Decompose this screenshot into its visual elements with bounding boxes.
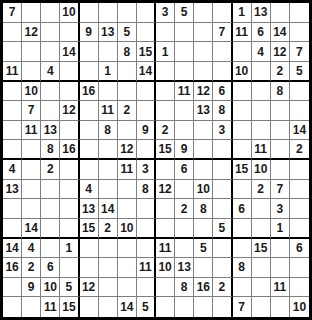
cell-r6c8[interactable] — [137, 101, 156, 121]
cell-r10c13[interactable] — [233, 180, 252, 200]
cell-r6c6[interactable]: 11 — [99, 101, 118, 121]
cell-r4c11[interactable] — [194, 62, 213, 82]
cell-r5c3[interactable] — [41, 82, 60, 102]
cell-r9c1[interactable]: 4 — [3, 160, 22, 180]
cell-r14c13[interactable]: 8 — [233, 258, 252, 278]
cell-r15c9[interactable] — [156, 278, 175, 298]
cell-r9c16[interactable] — [290, 160, 309, 180]
cell-r10c11[interactable]: 10 — [194, 180, 213, 200]
cell-r6c11[interactable]: 13 — [194, 101, 213, 121]
cell-r5c6[interactable] — [99, 82, 118, 102]
cell-r12c5[interactable]: 15 — [80, 219, 99, 239]
cell-r5c5[interactable]: 16 — [80, 82, 99, 102]
cell-r3c5[interactable] — [80, 42, 99, 62]
cell-r1c2[interactable] — [22, 3, 41, 23]
cell-r12c12[interactable]: 5 — [213, 219, 232, 239]
cell-r16c1[interactable] — [3, 297, 22, 317]
cell-r9c8[interactable]: 3 — [137, 160, 156, 180]
cell-r8c14[interactable]: 11 — [252, 140, 271, 160]
cell-r15c14[interactable] — [252, 278, 271, 298]
cell-r2c11[interactable] — [194, 23, 213, 43]
cell-r11c5[interactable]: 13 — [80, 199, 99, 219]
cell-r2c16[interactable] — [290, 23, 309, 43]
cell-r9c11[interactable] — [194, 160, 213, 180]
cell-r8c10[interactable]: 9 — [175, 140, 194, 160]
cell-r8c8[interactable] — [137, 140, 156, 160]
cell-r9c13[interactable]: 15 — [233, 160, 252, 180]
cell-r5c11[interactable]: 12 — [194, 82, 213, 102]
cell-r15c13[interactable] — [233, 278, 252, 298]
cell-r8c16[interactable]: 2 — [290, 140, 309, 160]
cell-r15c4[interactable]: 5 — [60, 278, 79, 298]
cell-r16c10[interactable] — [175, 297, 194, 317]
cell-r9c6[interactable] — [99, 160, 118, 180]
cell-r1c5[interactable] — [80, 3, 99, 23]
cell-r4c1[interactable]: 11 — [3, 62, 22, 82]
sudoku-board: 7103511312913571161414815141271141141025… — [0, 0, 312, 320]
cell-r13c14[interactable]: 15 — [252, 239, 271, 259]
cell-r1c15[interactable] — [271, 3, 290, 23]
cell-r10c4[interactable] — [60, 180, 79, 200]
cell-r5c9[interactable] — [156, 82, 175, 102]
cell-r12c7[interactable]: 10 — [118, 219, 137, 239]
cell-r9c14[interactable]: 10 — [252, 160, 271, 180]
cell-r12c2[interactable]: 14 — [22, 219, 41, 239]
cell-r15c3[interactable]: 10 — [41, 278, 60, 298]
cell-r14c3[interactable]: 6 — [41, 258, 60, 278]
cell-r8c13[interactable] — [233, 140, 252, 160]
cell-r2c4[interactable] — [60, 23, 79, 43]
cell-r7c3[interactable]: 13 — [41, 121, 60, 141]
cell-r7c14[interactable] — [252, 121, 271, 141]
cell-r14c7[interactable] — [118, 258, 137, 278]
cell-r16c9[interactable] — [156, 297, 175, 317]
cell-r12c1[interactable] — [3, 219, 22, 239]
cell-r8c3[interactable]: 8 — [41, 140, 60, 160]
cell-r11c11[interactable]: 8 — [194, 199, 213, 219]
cell-r3c3[interactable] — [41, 42, 60, 62]
cell-r11c4[interactable] — [60, 199, 79, 219]
cell-r12c6[interactable]: 2 — [99, 219, 118, 239]
cell-r10c14[interactable]: 2 — [252, 180, 271, 200]
cell-r13c13[interactable] — [233, 239, 252, 259]
cell-r5c2[interactable]: 10 — [22, 82, 41, 102]
cell-r2c6[interactable]: 13 — [99, 23, 118, 43]
cell-r7c5[interactable] — [80, 121, 99, 141]
cell-r3c6[interactable] — [99, 42, 118, 62]
cell-r12c3[interactable] — [41, 219, 60, 239]
cell-r11c1[interactable] — [3, 199, 22, 219]
cell-r13c3[interactable] — [41, 239, 60, 259]
cell-r7c13[interactable] — [233, 121, 252, 141]
cell-r13c6[interactable] — [99, 239, 118, 259]
cell-r8c11[interactable] — [194, 140, 213, 160]
cell-r8c9[interactable]: 15 — [156, 140, 175, 160]
cell-r14c6[interactable] — [99, 258, 118, 278]
cell-r9c12[interactable] — [213, 160, 232, 180]
cell-r11c13[interactable]: 6 — [233, 199, 252, 219]
cell-r3c8[interactable]: 15 — [137, 42, 156, 62]
cell-r16c7[interactable]: 14 — [118, 297, 137, 317]
cell-r14c8[interactable]: 11 — [137, 258, 156, 278]
cell-r5c1[interactable] — [3, 82, 22, 102]
cell-r13c16[interactable]: 6 — [290, 239, 309, 259]
cell-r6c9[interactable] — [156, 101, 175, 121]
cell-r1c12[interactable] — [213, 3, 232, 23]
cell-r6c5[interactable] — [80, 101, 99, 121]
cell-r16c2[interactable] — [22, 297, 41, 317]
cell-r3c7[interactable]: 8 — [118, 42, 137, 62]
cell-r9c3[interactable]: 2 — [41, 160, 60, 180]
cell-r15c11[interactable]: 16 — [194, 278, 213, 298]
cell-r15c8[interactable] — [137, 278, 156, 298]
cell-r6c15[interactable] — [271, 101, 290, 121]
cell-r15c7[interactable] — [118, 278, 137, 298]
cell-r6c2[interactable]: 7 — [22, 101, 41, 121]
cell-r3c10[interactable] — [175, 42, 194, 62]
cell-r5c13[interactable] — [233, 82, 252, 102]
cell-r2c7[interactable]: 5 — [118, 23, 137, 43]
cell-r10c1[interactable]: 13 — [3, 180, 22, 200]
cell-r14c9[interactable]: 10 — [156, 258, 175, 278]
cell-r11c7[interactable] — [118, 199, 137, 219]
cell-r16c14[interactable] — [252, 297, 271, 317]
cell-r4c14[interactable] — [252, 62, 271, 82]
cell-r5c4[interactable] — [60, 82, 79, 102]
cell-r7c10[interactable] — [175, 121, 194, 141]
cell-r15c2[interactable]: 9 — [22, 278, 41, 298]
cell-r2c10[interactable] — [175, 23, 194, 43]
cell-r1c3[interactable] — [41, 3, 60, 23]
cell-r11c15[interactable]: 3 — [271, 199, 290, 219]
cell-r16c11[interactable] — [194, 297, 213, 317]
cell-r12c16[interactable] — [290, 219, 309, 239]
cell-r4c15[interactable]: 2 — [271, 62, 290, 82]
cell-r3c4[interactable]: 14 — [60, 42, 79, 62]
cell-r16c12[interactable] — [213, 297, 232, 317]
cell-r1c7[interactable] — [118, 3, 137, 23]
cell-r5c15[interactable]: 8 — [271, 82, 290, 102]
cell-r14c12[interactable] — [213, 258, 232, 278]
cell-r8c12[interactable] — [213, 140, 232, 160]
cell-r13c2[interactable]: 4 — [22, 239, 41, 259]
cell-r12c15[interactable]: 1 — [271, 219, 290, 239]
cell-r14c11[interactable] — [194, 258, 213, 278]
cell-r7c2[interactable]: 11 — [22, 121, 41, 141]
cell-r1c10[interactable]: 5 — [175, 3, 194, 23]
cell-r4c2[interactable] — [22, 62, 41, 82]
cell-r7c4[interactable] — [60, 121, 79, 141]
cell-r14c1[interactable]: 16 — [3, 258, 22, 278]
cell-r3c9[interactable]: 1 — [156, 42, 175, 62]
cell-r7c16[interactable]: 14 — [290, 121, 309, 141]
cell-r4c4[interactable] — [60, 62, 79, 82]
cell-r2c13[interactable]: 11 — [233, 23, 252, 43]
cell-r10c10[interactable] — [175, 180, 194, 200]
cell-r7c7[interactable] — [118, 121, 137, 141]
cell-r3c11[interactable] — [194, 42, 213, 62]
cell-r16c5[interactable] — [80, 297, 99, 317]
cell-r16c16[interactable]: 10 — [290, 297, 309, 317]
cell-r14c15[interactable] — [271, 258, 290, 278]
cell-r5c12[interactable]: 6 — [213, 82, 232, 102]
cell-r5c8[interactable] — [137, 82, 156, 102]
cell-r4c13[interactable]: 10 — [233, 62, 252, 82]
cell-r10c9[interactable]: 12 — [156, 180, 175, 200]
cell-r1c13[interactable]: 1 — [233, 3, 252, 23]
cell-r9c2[interactable] — [22, 160, 41, 180]
cell-r5c7[interactable] — [118, 82, 137, 102]
cell-r15c15[interactable]: 11 — [271, 278, 290, 298]
cell-r12c11[interactable] — [194, 219, 213, 239]
cell-r5c16[interactable] — [290, 82, 309, 102]
cell-r14c14[interactable] — [252, 258, 271, 278]
cell-r3c1[interactable] — [3, 42, 22, 62]
cell-r10c3[interactable] — [41, 180, 60, 200]
cell-r10c5[interactable]: 4 — [80, 180, 99, 200]
cell-r4c6[interactable]: 1 — [99, 62, 118, 82]
cell-r15c10[interactable]: 8 — [175, 278, 194, 298]
cell-r15c6[interactable] — [99, 278, 118, 298]
cell-r8c4[interactable]: 16 — [60, 140, 79, 160]
cell-r2c15[interactable]: 14 — [271, 23, 290, 43]
cell-r4c7[interactable] — [118, 62, 137, 82]
cell-r12c14[interactable] — [252, 219, 271, 239]
cell-r12c4[interactable] — [60, 219, 79, 239]
cell-r15c12[interactable]: 2 — [213, 278, 232, 298]
cell-r1c6[interactable] — [99, 3, 118, 23]
cell-r12c8[interactable] — [137, 219, 156, 239]
cell-r7c9[interactable]: 2 — [156, 121, 175, 141]
cell-r5c10[interactable]: 11 — [175, 82, 194, 102]
cell-r12c13[interactable] — [233, 219, 252, 239]
cell-r3c15[interactable]: 12 — [271, 42, 290, 62]
cell-r6c12[interactable]: 8 — [213, 101, 232, 121]
cell-r10c2[interactable] — [22, 180, 41, 200]
cell-r3c12[interactable] — [213, 42, 232, 62]
cell-r13c5[interactable] — [80, 239, 99, 259]
cell-r4c12[interactable] — [213, 62, 232, 82]
cell-r9c10[interactable]: 6 — [175, 160, 194, 180]
cell-r1c11[interactable] — [194, 3, 213, 23]
cell-r7c8[interactable]: 9 — [137, 121, 156, 141]
cell-r16c8[interactable]: 5 — [137, 297, 156, 317]
cell-r7c12[interactable]: 3 — [213, 121, 232, 141]
cell-r12c10[interactable] — [175, 219, 194, 239]
cell-r3c13[interactable] — [233, 42, 252, 62]
cell-r13c8[interactable] — [137, 239, 156, 259]
cell-r2c2[interactable]: 12 — [22, 23, 41, 43]
cell-r5c14[interactable] — [252, 82, 271, 102]
cell-r11c12[interactable] — [213, 199, 232, 219]
cell-r7c15[interactable] — [271, 121, 290, 141]
cell-r8c6[interactable] — [99, 140, 118, 160]
cell-r11c2[interactable] — [22, 199, 41, 219]
cell-r10c8[interactable]: 8 — [137, 180, 156, 200]
cell-r4c16[interactable]: 5 — [290, 62, 309, 82]
cell-r10c12[interactable] — [213, 180, 232, 200]
cell-r10c16[interactable] — [290, 180, 309, 200]
cell-r1c4[interactable]: 10 — [60, 3, 79, 23]
cell-r10c6[interactable] — [99, 180, 118, 200]
cell-r9c15[interactable] — [271, 160, 290, 180]
cell-r4c9[interactable] — [156, 62, 175, 82]
cell-r16c13[interactable]: 7 — [233, 297, 252, 317]
cell-r11c16[interactable] — [290, 199, 309, 219]
cell-r8c2[interactable] — [22, 140, 41, 160]
cell-r2c1[interactable] — [3, 23, 22, 43]
cell-r6c3[interactable] — [41, 101, 60, 121]
cell-r15c1[interactable] — [3, 278, 22, 298]
cell-r13c12[interactable] — [213, 239, 232, 259]
cell-r4c3[interactable]: 4 — [41, 62, 60, 82]
cell-r15c5[interactable]: 12 — [80, 278, 99, 298]
cell-r13c15[interactable] — [271, 239, 290, 259]
cell-r3c2[interactable] — [22, 42, 41, 62]
cell-r8c5[interactable] — [80, 140, 99, 160]
cell-r4c8[interactable]: 14 — [137, 62, 156, 82]
cell-r2c9[interactable] — [156, 23, 175, 43]
cell-r14c4[interactable] — [60, 258, 79, 278]
cell-r1c14[interactable]: 13 — [252, 3, 271, 23]
cell-r13c9[interactable]: 11 — [156, 239, 175, 259]
cell-r1c16[interactable] — [290, 3, 309, 23]
cell-r11c10[interactable]: 2 — [175, 199, 194, 219]
cell-r1c1[interactable]: 7 — [3, 3, 22, 23]
cell-r11c9[interactable] — [156, 199, 175, 219]
cell-r1c9[interactable]: 3 — [156, 3, 175, 23]
cell-r6c13[interactable] — [233, 101, 252, 121]
cell-r3c14[interactable]: 4 — [252, 42, 271, 62]
cell-r6c7[interactable]: 2 — [118, 101, 137, 121]
cell-r1c8[interactable] — [137, 3, 156, 23]
cell-r13c10[interactable] — [175, 239, 194, 259]
cell-r14c16[interactable] — [290, 258, 309, 278]
cell-r6c1[interactable] — [3, 101, 22, 121]
cell-r6c14[interactable] — [252, 101, 271, 121]
cell-r15c16[interactable] — [290, 278, 309, 298]
cell-r8c15[interactable] — [271, 140, 290, 160]
cell-r11c6[interactable]: 14 — [99, 199, 118, 219]
cell-r10c15[interactable]: 7 — [271, 180, 290, 200]
cell-r7c1[interactable] — [3, 121, 22, 141]
cell-r9c9[interactable] — [156, 160, 175, 180]
cell-r13c1[interactable]: 14 — [3, 239, 22, 259]
cell-r2c3[interactable] — [41, 23, 60, 43]
cell-r9c7[interactable]: 11 — [118, 160, 137, 180]
cell-r8c1[interactable] — [3, 140, 22, 160]
cell-r13c4[interactable]: 1 — [60, 239, 79, 259]
cell-r4c10[interactable] — [175, 62, 194, 82]
cell-r8c7[interactable]: 12 — [118, 140, 137, 160]
cell-r16c6[interactable] — [99, 297, 118, 317]
cell-r2c14[interactable]: 6 — [252, 23, 271, 43]
cell-r14c10[interactable]: 13 — [175, 258, 194, 278]
cell-r9c4[interactable] — [60, 160, 79, 180]
cell-r16c4[interactable]: 15 — [60, 297, 79, 317]
cell-r16c3[interactable]: 11 — [41, 297, 60, 317]
cell-r10c7[interactable] — [118, 180, 137, 200]
cell-r9c5[interactable] — [80, 160, 99, 180]
cell-r13c11[interactable]: 5 — [194, 239, 213, 259]
cell-r3c16[interactable]: 7 — [290, 42, 309, 62]
cell-r7c11[interactable] — [194, 121, 213, 141]
cell-r7c6[interactable]: 8 — [99, 121, 118, 141]
cell-r11c8[interactable] — [137, 199, 156, 219]
cell-r11c14[interactable] — [252, 199, 271, 219]
cell-r6c16[interactable] — [290, 101, 309, 121]
cell-r2c8[interactable] — [137, 23, 156, 43]
cell-r14c2[interactable]: 2 — [22, 258, 41, 278]
cell-r11c3[interactable] — [41, 199, 60, 219]
cell-r6c10[interactable] — [175, 101, 194, 121]
cell-r12c9[interactable] — [156, 219, 175, 239]
cell-r2c12[interactable]: 7 — [213, 23, 232, 43]
cell-r16c15[interactable] — [271, 297, 290, 317]
cell-r4c5[interactable] — [80, 62, 99, 82]
cell-r6c4[interactable]: 12 — [60, 101, 79, 121]
cell-r13c7[interactable] — [118, 239, 137, 259]
cell-r14c5[interactable] — [80, 258, 99, 278]
cell-r2c5[interactable]: 9 — [80, 23, 99, 43]
